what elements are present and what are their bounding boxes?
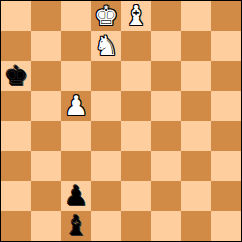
piece-white-king[interactable]: ♚ <box>94 1 118 31</box>
square-g2[interactable] <box>181 181 211 211</box>
square-c6[interactable] <box>61 61 91 91</box>
piece-white-knight[interactable]: ♞ <box>94 31 118 61</box>
piece-white-bishop[interactable]: ♝ <box>124 1 148 31</box>
piece-black-bishop[interactable]: ♝ <box>64 211 88 241</box>
square-b2[interactable] <box>31 181 61 211</box>
square-b4[interactable] <box>31 121 61 151</box>
square-a3[interactable] <box>1 151 31 181</box>
piece-black-pawn[interactable]: ♟ <box>64 181 88 211</box>
square-b6[interactable] <box>31 61 61 91</box>
square-b8[interactable] <box>31 1 61 31</box>
square-f8[interactable] <box>151 1 181 31</box>
square-e6[interactable] <box>121 61 151 91</box>
square-g3[interactable] <box>181 151 211 181</box>
square-e7[interactable] <box>121 31 151 61</box>
square-a8[interactable] <box>1 1 31 31</box>
square-c7[interactable] <box>61 31 91 61</box>
square-b5[interactable] <box>31 91 61 121</box>
square-d8[interactable]: ♚ <box>91 1 121 31</box>
square-c2[interactable]: ♟ <box>61 181 91 211</box>
square-a1[interactable] <box>1 211 31 241</box>
square-a2[interactable] <box>1 181 31 211</box>
square-e5[interactable] <box>121 91 151 121</box>
square-f4[interactable] <box>151 121 181 151</box>
piece-black-king[interactable]: ♚ <box>4 61 28 91</box>
square-g4[interactable] <box>181 121 211 151</box>
square-h2[interactable] <box>211 181 241 211</box>
square-d4[interactable] <box>91 121 121 151</box>
square-a7[interactable] <box>1 31 31 61</box>
square-d6[interactable] <box>91 61 121 91</box>
square-c1[interactable]: ♝ <box>61 211 91 241</box>
piece-white-pawn[interactable]: ♟ <box>64 91 88 121</box>
square-c5[interactable]: ♟ <box>61 91 91 121</box>
square-f2[interactable] <box>151 181 181 211</box>
square-g5[interactable] <box>181 91 211 121</box>
square-h6[interactable] <box>211 61 241 91</box>
square-g7[interactable] <box>181 31 211 61</box>
square-h3[interactable] <box>211 151 241 181</box>
chess-board: ♚♝♞♚♟♟♝ <box>0 0 242 242</box>
square-h8[interactable] <box>211 1 241 31</box>
square-d5[interactable] <box>91 91 121 121</box>
square-g1[interactable] <box>181 211 211 241</box>
square-a6[interactable]: ♚ <box>1 61 31 91</box>
square-a5[interactable] <box>1 91 31 121</box>
square-h5[interactable] <box>211 91 241 121</box>
square-h1[interactable] <box>211 211 241 241</box>
square-b7[interactable] <box>31 31 61 61</box>
square-h7[interactable] <box>211 31 241 61</box>
square-c3[interactable] <box>61 151 91 181</box>
square-h4[interactable] <box>211 121 241 151</box>
square-d2[interactable] <box>91 181 121 211</box>
square-e1[interactable] <box>121 211 151 241</box>
square-b3[interactable] <box>31 151 61 181</box>
square-f7[interactable] <box>151 31 181 61</box>
square-d3[interactable] <box>91 151 121 181</box>
square-d7[interactable]: ♞ <box>91 31 121 61</box>
square-f1[interactable] <box>151 211 181 241</box>
square-c4[interactable] <box>61 121 91 151</box>
square-e2[interactable] <box>121 181 151 211</box>
square-c8[interactable] <box>61 1 91 31</box>
square-b1[interactable] <box>31 211 61 241</box>
square-g6[interactable] <box>181 61 211 91</box>
square-a4[interactable] <box>1 121 31 151</box>
square-f3[interactable] <box>151 151 181 181</box>
board-grid: ♚♝♞♚♟♟♝ <box>1 1 241 241</box>
square-e8[interactable]: ♝ <box>121 1 151 31</box>
square-d1[interactable] <box>91 211 121 241</box>
square-e3[interactable] <box>121 151 151 181</box>
square-e4[interactable] <box>121 121 151 151</box>
square-f6[interactable] <box>151 61 181 91</box>
square-g8[interactable] <box>181 1 211 31</box>
square-f5[interactable] <box>151 91 181 121</box>
